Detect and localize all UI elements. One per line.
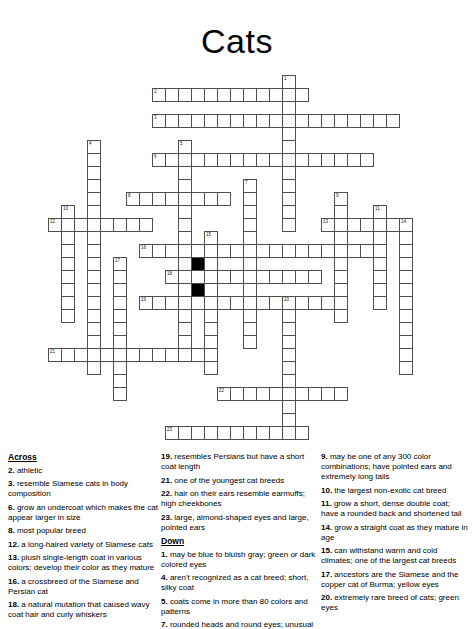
grid-cell[interactable] [243,88,257,102]
clue-number: 16 [141,245,146,250]
grid-cell[interactable] [399,283,413,297]
grid-cell[interactable] [217,88,231,102]
grid-cell[interactable] [113,270,127,284]
grid-cell[interactable] [256,296,270,310]
grid-cell[interactable] [178,309,192,323]
grid-cell[interactable] [243,270,257,284]
grid-cell[interactable] [126,218,140,232]
clue-number: 15 [206,232,211,237]
grid-cell[interactable] [87,218,101,232]
clue-item: 23. large, almond-shaped eyes and large,… [161,513,317,533]
grid-cell[interactable] [295,387,309,401]
grid-cell[interactable] [243,231,257,245]
grid-cell[interactable] [191,348,205,362]
grid-cell[interactable] [282,426,296,440]
grid-cell[interactable] [113,283,127,297]
grid-cell[interactable] [256,426,270,440]
clue-item: 11. grow a short, dense double coat; hav… [321,499,469,519]
clue-number: 22 [219,388,224,393]
grid-cell[interactable] [373,244,387,258]
grid-cell[interactable] [178,257,192,271]
grid-cell[interactable]: 8 [126,192,140,206]
grid-cell[interactable] [334,205,348,219]
grid-cell[interactable] [295,114,309,128]
grid-cell[interactable] [191,88,205,102]
grid-cell[interactable] [399,270,413,284]
clue-item: 7. rounded heads and round eyes; unusual… [161,620,317,629]
grid-cell[interactable] [269,88,283,102]
grid-cell[interactable] [295,244,309,258]
grid-cell[interactable]: 22 [217,387,231,401]
grid-cell[interactable] [87,348,101,362]
grid-cell[interactable] [61,244,75,258]
grid-cell[interactable] [334,231,348,245]
clue-section-header: Down [161,536,317,547]
clue-item: 8. most popular breed [8,526,158,536]
grid-cell[interactable] [269,114,283,128]
grid-cell[interactable] [204,335,218,349]
clue-number: 2 [154,89,157,94]
grid-cell[interactable] [100,348,114,362]
grid-cell[interactable] [282,387,296,401]
grid-cell[interactable] [243,218,257,232]
grid-cell[interactable] [87,231,101,245]
grid-cell[interactable] [191,270,205,284]
grid-cell[interactable] [61,296,75,310]
grid-cell[interactable] [204,88,218,102]
grid-cell[interactable] [165,192,179,206]
clue-number: 1 [284,76,287,81]
grid-cell[interactable] [178,231,192,245]
grid-cell[interactable]: 4 [87,140,101,154]
grid-cell[interactable] [308,296,322,310]
grid-cell[interactable] [61,348,75,362]
grid-cell[interactable] [282,140,296,154]
grid-cell[interactable] [87,153,101,167]
grid-cell[interactable] [308,114,322,128]
grid-cell[interactable] [308,387,322,401]
clue-item: 2. athletic [8,466,158,476]
grid-cell[interactable] [165,114,179,128]
grid-cell[interactable] [269,270,283,284]
grid-cell[interactable] [191,192,205,206]
grid-cell[interactable] [399,348,413,362]
grid-cell[interactable] [295,296,309,310]
grid-cell[interactable] [243,335,257,349]
grid-cell[interactable] [399,309,413,323]
grid-cell[interactable] [87,166,101,180]
grid-cell[interactable] [191,244,205,258]
grid-cell[interactable] [256,387,270,401]
grid-cell[interactable] [204,348,218,362]
grid-cell[interactable] [282,88,296,102]
grid-cell[interactable] [321,153,335,167]
clue-number: 12 [50,219,55,224]
grid-cell[interactable] [230,153,244,167]
clue-item: 15. can withstand warm and cold climates… [321,546,469,566]
grid-cell[interactable] [282,348,296,362]
grid-cell[interactable] [230,88,244,102]
grid-cell[interactable] [152,192,166,206]
grid-cell[interactable] [269,387,283,401]
grid-cell[interactable]: 2 [152,88,166,102]
grid-cell[interactable] [282,153,296,167]
grid-cell[interactable] [243,257,257,271]
clue-number: 14 [401,219,406,224]
grid-cell[interactable] [87,244,101,258]
clue-item: 20. extremely rare breed of cats; green … [321,593,469,613]
clue-item: 10. the largest non-exotic cat breed [321,486,469,496]
grid-cell[interactable] [360,244,374,258]
grid-cell[interactable] [165,153,179,167]
grid-cell[interactable] [386,218,400,232]
clue-item: 18. a natural mutation that caused wavy … [8,600,158,620]
grid-cell[interactable] [217,192,231,206]
grid-cell[interactable]: 19 [139,296,153,310]
grid-cell[interactable] [334,244,348,258]
grid-cell[interactable] [204,114,218,128]
grid-cell[interactable] [282,166,296,180]
clue-column-1: Across2. athletic3. resemble Siamese cat… [8,452,158,624]
grid-cell[interactable] [178,335,192,349]
grid-cell[interactable] [399,257,413,271]
grid-cell[interactable] [295,426,309,440]
grid-cell[interactable] [230,270,244,284]
grid-cell[interactable] [178,166,192,180]
grid-cell[interactable] [334,257,348,271]
grid-cell[interactable] [282,244,296,258]
grid-cell[interactable] [282,205,296,219]
grid-cell[interactable]: 20 [282,296,296,310]
grid-cell[interactable] [178,114,192,128]
grid-cell[interactable] [373,218,387,232]
grid-cell[interactable] [321,387,335,401]
grid-cell[interactable] [399,244,413,258]
grid-cell[interactable] [204,361,218,375]
grid-cell[interactable]: 15 [204,231,218,245]
clue-item: 5. coats come in more than 80 colors and… [161,597,317,617]
grid-cell[interactable] [74,218,88,232]
grid-cell[interactable]: 6 [152,153,166,167]
grid-cell[interactable]: 12 [48,218,62,232]
grid-cell[interactable] [204,296,218,310]
grid-cell[interactable] [308,270,322,284]
grid-cell[interactable]: 3 [152,114,166,128]
grid-cell[interactable]: 10 [61,205,75,219]
clue-number: 11 [375,206,380,211]
grid-cell[interactable] [113,322,127,336]
grid-cell[interactable] [399,296,413,310]
black-cell [191,283,205,297]
grid-cell[interactable] [347,218,361,232]
grid-cell[interactable] [152,296,166,310]
grid-cell[interactable] [139,218,153,232]
grid-cell[interactable] [100,218,114,232]
grid-cell[interactable] [152,348,166,362]
grid-cell[interactable] [204,244,218,258]
clue-item: 13. plush single-length coat in various … [8,553,158,573]
grid-cell[interactable] [178,296,192,310]
grid-cell[interactable] [204,257,218,271]
grid-cell[interactable] [87,257,101,271]
clue-number: 19 [141,297,146,302]
grid-cell[interactable] [165,244,179,258]
grid-cell[interactable] [61,231,75,245]
grid-cell[interactable] [334,296,348,310]
clue-number: 18 [167,271,172,276]
grid-cell[interactable] [282,413,296,427]
grid-cell[interactable] [165,348,179,362]
grid-cell[interactable] [243,283,257,297]
grid-cell[interactable] [87,205,101,219]
grid-cell[interactable] [269,296,283,310]
grid-cell[interactable] [360,114,374,128]
clue-number: 5 [180,141,183,146]
grid-cell[interactable] [204,309,218,323]
grid-cell[interactable] [334,270,348,284]
clue-number: 17 [115,258,120,263]
grid-cell[interactable] [191,426,205,440]
grid-cell[interactable] [230,426,244,440]
grid-cell[interactable] [178,283,192,297]
grid-cell[interactable] [243,296,257,310]
grid-cell[interactable] [217,296,231,310]
grid-cell[interactable] [178,426,192,440]
grid-cell[interactable] [321,296,335,310]
grid-cell[interactable] [113,335,127,349]
grid-cell[interactable] [178,348,192,362]
grid-cell[interactable] [204,322,218,336]
grid-cell[interactable]: 9 [334,192,348,206]
grid-cell[interactable] [243,205,257,219]
grid-cell[interactable] [165,88,179,102]
grid-cell[interactable] [87,270,101,284]
grid-cell[interactable] [178,153,192,167]
grid-cell[interactable] [243,322,257,336]
clue-number: 13 [323,219,328,224]
grid-cell[interactable] [139,192,153,206]
grid-cell[interactable]: 13 [321,218,335,232]
grid-cell[interactable] [191,296,205,310]
grid-cell[interactable] [243,114,257,128]
grid-cell[interactable]: 18 [165,270,179,284]
grid-cell[interactable] [386,114,400,128]
grid-cell[interactable] [113,387,127,401]
grid-cell[interactable] [204,283,218,297]
grid-cell[interactable] [87,309,101,323]
grid-cell[interactable] [87,192,101,206]
grid-cell[interactable] [373,231,387,245]
grid-cell[interactable] [230,114,244,128]
grid-cell[interactable] [191,114,205,128]
grid-cell[interactable] [347,114,361,128]
grid-cell[interactable] [204,426,218,440]
grid-cell[interactable] [308,153,322,167]
grid-cell[interactable] [204,270,218,284]
grid-cell[interactable] [61,283,75,297]
grid-cell[interactable] [243,426,257,440]
grid-cell[interactable] [204,192,218,206]
clue-number: 8 [128,193,131,198]
grid-cell[interactable] [178,244,192,258]
grid-cell[interactable] [178,322,192,336]
grid-cell[interactable] [217,270,231,284]
black-cell [191,257,205,271]
grid-cell[interactable] [373,114,387,128]
grid-cell[interactable] [360,218,374,232]
grid-cell[interactable] [61,270,75,284]
clue-number: 20 [284,297,289,302]
grid-cell[interactable] [295,88,309,102]
crossword-grid: 2368121314161819202122231457910111517 [0,0,474,450]
grid-cell[interactable] [113,309,127,323]
clue-number: 6 [154,154,157,159]
grid-cell[interactable]: 16 [139,244,153,258]
grid-cell[interactable] [87,361,101,375]
grid-cell[interactable] [178,218,192,232]
grid-cell[interactable] [230,244,244,258]
grid-cell[interactable] [399,335,413,349]
grid-cell[interactable] [243,387,257,401]
grid-cell[interactable] [334,283,348,297]
grid-cell[interactable]: 7 [243,179,257,193]
grid-cell[interactable] [399,322,413,336]
grid-cell[interactable] [373,296,387,310]
grid-cell[interactable] [399,231,413,245]
grid-cell[interactable] [321,244,335,258]
grid-cell[interactable] [87,322,101,336]
grid-cell[interactable] [399,361,413,375]
grid-cell[interactable] [256,153,270,167]
clue-number: 3 [154,115,157,120]
grid-cell[interactable] [87,179,101,193]
clue-column-3: 9. may be one of any 300 color combinati… [321,452,469,617]
grid-cell[interactable] [113,361,127,375]
grid-cell[interactable] [178,270,192,284]
grid-cell[interactable] [61,218,75,232]
grid-cell[interactable] [139,348,153,362]
grid-cell[interactable] [334,114,348,128]
grid-cell[interactable] [334,153,348,167]
grid-cell[interactable] [113,348,127,362]
grid-cell[interactable] [295,153,309,167]
grid-cell[interactable] [204,153,218,167]
clue-item: 21. one of the youngest cat breeds [161,476,317,486]
grid-cell[interactable] [87,283,101,297]
grid-cell[interactable] [282,309,296,323]
grid-cell[interactable] [269,244,283,258]
clue-item: 4. aren't recognized as a cat breed; sho… [161,573,317,593]
grid-cell[interactable] [178,179,192,193]
clue-number: 10 [63,206,68,211]
grid-cell[interactable] [282,270,296,284]
crossword-page: Cats 23681213141618192021222314579101115… [0,0,474,629]
grid-cell[interactable] [282,335,296,349]
grid-cell[interactable] [256,244,270,258]
grid-cell[interactable] [61,309,75,323]
grid-cell[interactable] [113,218,127,232]
grid-cell[interactable] [243,153,257,167]
grid-cell[interactable]: 11 [373,205,387,219]
grid-cell[interactable] [347,153,361,167]
clue-item: 1. may be blue to bluish gray; green or … [161,550,317,570]
grid-cell[interactable] [282,101,296,115]
grid-cell[interactable] [178,205,192,219]
grid-cell[interactable] [256,88,270,102]
clue-column-2: 19. resembles Persians but have a short … [161,452,317,629]
grid-cell[interactable] [165,296,179,310]
grid-cell[interactable]: 17 [113,257,127,271]
grid-cell[interactable] [373,283,387,297]
grid-cell[interactable] [217,244,231,258]
clue-item: 17. ancestors are the Siamese and the co… [321,570,469,590]
grid-cell[interactable] [334,387,348,401]
grid-cell[interactable] [282,322,296,336]
grid-cell[interactable] [74,348,88,362]
grid-cell[interactable] [230,296,244,310]
grid-cell[interactable] [243,244,257,258]
grid-cell[interactable] [282,114,296,128]
grid-cell[interactable] [256,270,270,284]
grid-cell[interactable]: 5 [178,140,192,154]
grid-cell[interactable] [295,270,309,284]
grid-cell[interactable] [373,257,387,271]
grid-cell[interactable] [282,127,296,141]
grid-cell[interactable] [178,88,192,102]
grid-cell[interactable] [191,153,205,167]
grid-cell[interactable] [87,335,101,349]
grid-cell[interactable] [282,192,296,206]
clue-item: 9. may be one of any 300 color combinati… [321,452,469,482]
grid-cell[interactable]: 23 [165,426,179,440]
grid-cell[interactable] [256,114,270,128]
grid-cell[interactable] [217,426,231,440]
grid-cell[interactable] [334,309,348,323]
grid-cell[interactable] [282,218,296,232]
grid-cell[interactable] [321,114,335,128]
clue-item: 6. grow an undercoat which makes the cat… [8,503,158,523]
clue-number: 9 [336,193,339,198]
grid-cell[interactable] [243,309,257,323]
grid-cell[interactable] [347,244,361,258]
grid-cell[interactable] [230,387,244,401]
grid-cell[interactable] [360,153,374,167]
grid-cell[interactable] [113,374,127,388]
grid-cell[interactable] [282,400,296,414]
grid-cell[interactable] [308,244,322,258]
grid-cell[interactable] [217,114,231,128]
grid-cell[interactable] [282,179,296,193]
grid-cell[interactable] [282,374,296,388]
grid-cell[interactable] [217,153,231,167]
grid-cell[interactable]: 21 [48,348,62,362]
grid-cell[interactable] [61,257,75,271]
grid-cell[interactable] [113,296,127,310]
grid-cell[interactable] [243,192,257,206]
grid-cell[interactable] [282,361,296,375]
grid-cell[interactable] [373,270,387,284]
grid-cell[interactable] [126,348,140,362]
grid-cell[interactable] [152,244,166,258]
grid-cell[interactable]: 1 [282,75,296,89]
grid-cell[interactable] [269,153,283,167]
clue-item: 16. a crossbreed of the Siamese and Pers… [8,577,158,597]
grid-cell[interactable] [334,218,348,232]
grid-cell[interactable] [178,192,192,206]
grid-cell[interactable] [269,426,283,440]
grid-cell[interactable] [87,296,101,310]
grid-cell[interactable]: 14 [399,218,413,232]
